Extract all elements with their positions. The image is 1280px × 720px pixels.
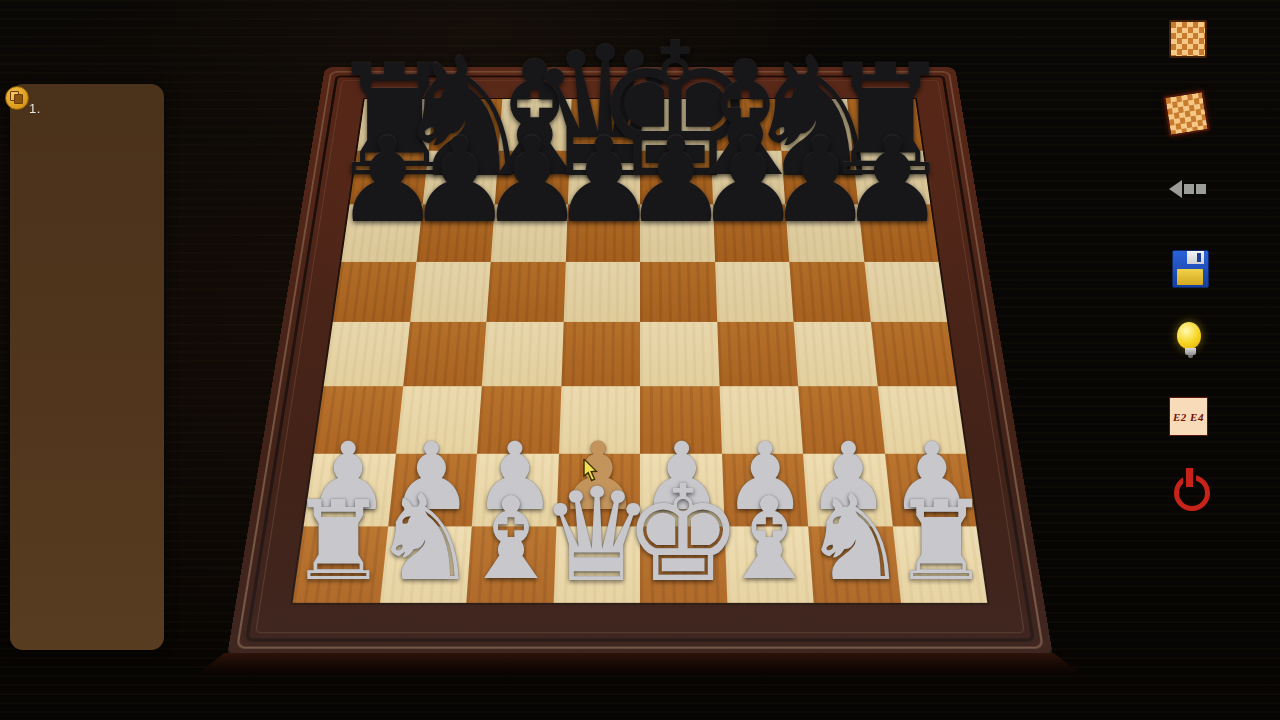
board-3d-view-button[interactable] (1163, 90, 1210, 137)
square-c4[interactable] (482, 322, 563, 386)
page-front-shape (14, 94, 23, 104)
board-front-edge (196, 653, 1082, 675)
back-arrow-trail-square (1196, 184, 1206, 194)
square-e5[interactable] (640, 261, 717, 321)
piece-black-pawn-h7[interactable]: ♟ (810, 122, 975, 240)
mouse-cursor-icon (583, 459, 600, 483)
square-f4[interactable] (717, 322, 798, 386)
floppy-shutter (1187, 251, 1204, 264)
move-list-panel: 1. (10, 84, 164, 650)
save-game-button[interactable] (1172, 250, 1209, 288)
lightbulb-tip (1188, 355, 1193, 358)
square-d5[interactable] (563, 261, 640, 321)
square-g5[interactable] (789, 261, 870, 321)
square-a4[interactable] (324, 322, 410, 386)
move-number-label: 1. (29, 101, 41, 116)
back-arrow-trail-square (1184, 184, 1194, 194)
square-d4[interactable] (561, 322, 640, 386)
square-e4[interactable] (640, 322, 719, 386)
piece-white-rook-h1[interactable]: ♜ (864, 486, 1018, 596)
square-f5[interactable] (715, 261, 794, 321)
back-arrow-icon (1169, 180, 1182, 198)
suggested-move-button[interactable]: E2 E4 (1169, 397, 1208, 436)
square-a5[interactable] (333, 261, 416, 321)
square-h5[interactable] (864, 261, 947, 321)
square-b4[interactable] (403, 322, 487, 386)
suggested-move-label: E2 E4 (1173, 411, 1204, 423)
undo-move-button[interactable] (1169, 180, 1209, 198)
app-window: 1. ♜♞♝♛♚♝♞♜♟♟♟♟♟♟♟♟♟♟♟♟♟♟♟♟♜♞♝♛♚♝♞♜ E2 E… (0, 0, 1280, 720)
power-icon-bar (1183, 468, 1196, 487)
copy-pages-icon[interactable] (5, 86, 29, 110)
exit-button[interactable] (1170, 468, 1209, 507)
hint-button[interactable] (1177, 322, 1203, 366)
lightbulb-icon (1177, 322, 1201, 349)
square-b5[interactable] (410, 261, 491, 321)
lightbulb-neck (1185, 348, 1196, 355)
square-g4[interactable] (794, 322, 878, 386)
new-game-board-button[interactable] (1169, 20, 1207, 58)
square-c5[interactable] (486, 261, 565, 321)
floppy-slot (1197, 253, 1201, 262)
floppy-label (1177, 269, 1203, 285)
square-h4[interactable] (870, 322, 956, 386)
